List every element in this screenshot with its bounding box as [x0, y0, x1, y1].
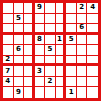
- cell-r8c5: 2: [45, 77, 56, 88]
- cell-r2c1[interactable]: [3, 14, 14, 25]
- cell-r6c9[interactable]: [87, 56, 98, 67]
- cell-r9c7: 1: [66, 87, 77, 98]
- cell-r5c4[interactable]: [35, 45, 46, 56]
- cell-r9c3[interactable]: [24, 87, 35, 98]
- cell-r5c7[interactable]: [66, 45, 77, 56]
- cell-r2c3[interactable]: [24, 14, 35, 25]
- cell-r1c7[interactable]: [66, 3, 77, 14]
- cell-r9c1[interactable]: [3, 87, 14, 98]
- cell-r1c3[interactable]: [24, 3, 35, 14]
- cell-r3c2[interactable]: [14, 24, 25, 35]
- cell-r7c6[interactable]: [56, 66, 67, 77]
- cell-r2c9[interactable]: [87, 14, 98, 25]
- cell-r5c1[interactable]: [3, 45, 14, 56]
- cell-r2c8[interactable]: [77, 14, 88, 25]
- cell-r5c6[interactable]: [56, 45, 67, 56]
- cell-r5c3[interactable]: [24, 45, 35, 56]
- cell-r1c9: 4: [87, 3, 98, 14]
- cell-r9c5[interactable]: [45, 87, 56, 98]
- cell-r4c5[interactable]: [45, 35, 56, 46]
- cell-r9c8[interactable]: [77, 87, 88, 98]
- cell-r5c8[interactable]: [77, 45, 88, 56]
- cell-r6c6[interactable]: [56, 56, 67, 67]
- cell-r3c9[interactable]: [87, 24, 98, 35]
- cell-r3c5[interactable]: [45, 24, 56, 35]
- cell-r6c8[interactable]: [77, 56, 88, 67]
- cell-r4c4: 8: [35, 35, 46, 46]
- cell-r9c4[interactable]: [35, 87, 46, 98]
- cell-r2c4[interactable]: [35, 14, 46, 25]
- cell-r6c4[interactable]: [35, 56, 46, 67]
- cell-r7c7[interactable]: [66, 66, 77, 77]
- cell-r6c5[interactable]: [45, 56, 56, 67]
- cell-r4c3[interactable]: [24, 35, 35, 46]
- cell-r8c7[interactable]: [66, 77, 77, 88]
- cell-r6c7[interactable]: [66, 56, 77, 67]
- cell-r4c6: 1: [56, 35, 67, 46]
- cell-r9c2: 9: [14, 87, 25, 98]
- cell-r8c4[interactable]: [35, 77, 46, 88]
- cell-r7c5[interactable]: [45, 66, 56, 77]
- cell-r8c3[interactable]: [24, 77, 35, 88]
- cell-r7c3[interactable]: [24, 66, 35, 77]
- cell-r9c6[interactable]: [56, 87, 67, 98]
- cell-r8c2[interactable]: [14, 77, 25, 88]
- cell-r9c9[interactable]: [87, 87, 98, 98]
- cell-r5c2: 6: [14, 45, 25, 56]
- cell-r7c2[interactable]: [14, 66, 25, 77]
- sudoku-board: 92456815652734291: [0, 0, 101, 101]
- cell-r1c8: 2: [77, 3, 88, 14]
- cell-r5c5: 5: [45, 45, 56, 56]
- cell-r8c1: 4: [3, 77, 14, 88]
- cell-r8c6[interactable]: [56, 77, 67, 88]
- cell-r8c8[interactable]: [77, 77, 88, 88]
- cell-r5c9[interactable]: [87, 45, 98, 56]
- cell-r6c1: 2: [3, 56, 14, 67]
- cell-r3c8: 6: [77, 24, 88, 35]
- cell-r3c3[interactable]: [24, 24, 35, 35]
- cell-r1c1[interactable]: [3, 3, 14, 14]
- cell-r3c1[interactable]: [3, 24, 14, 35]
- cell-r4c1[interactable]: [3, 35, 14, 46]
- cell-r7c8[interactable]: [77, 66, 88, 77]
- cell-r4c7: 5: [66, 35, 77, 46]
- cell-r1c6[interactable]: [56, 3, 67, 14]
- cell-r3c4[interactable]: [35, 24, 46, 35]
- cell-r1c5[interactable]: [45, 3, 56, 14]
- cell-r8c9[interactable]: [87, 77, 98, 88]
- cell-r7c1: 7: [3, 66, 14, 77]
- cell-r2c5[interactable]: [45, 14, 56, 25]
- cell-r1c2[interactable]: [14, 3, 25, 14]
- cell-r6c2[interactable]: [14, 56, 25, 67]
- cell-r3c7[interactable]: [66, 24, 77, 35]
- cell-r2c7[interactable]: [66, 14, 77, 25]
- cell-r7c4: 3: [35, 66, 46, 77]
- cell-r3c6[interactable]: [56, 24, 67, 35]
- cell-r2c6[interactable]: [56, 14, 67, 25]
- cell-r1c4: 9: [35, 3, 46, 14]
- cell-r4c9[interactable]: [87, 35, 98, 46]
- cell-r4c2[interactable]: [14, 35, 25, 46]
- cell-r2c2: 5: [14, 14, 25, 25]
- cell-r7c9[interactable]: [87, 66, 98, 77]
- cell-r6c3[interactable]: [24, 56, 35, 67]
- cell-r4c8[interactable]: [77, 35, 88, 46]
